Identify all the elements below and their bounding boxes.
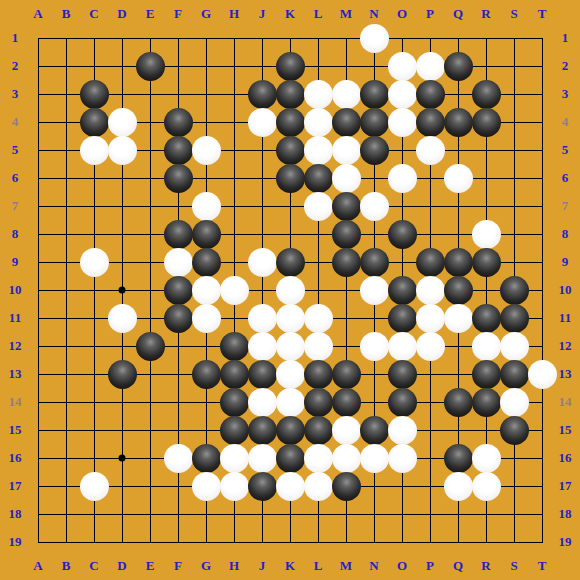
intersection-N3[interactable]	[360, 80, 388, 108]
intersection-J10[interactable]	[248, 276, 276, 304]
intersection-S13[interactable]	[500, 360, 528, 388]
intersection-D4[interactable]	[108, 108, 136, 136]
intersection-Q7[interactable]	[444, 192, 472, 220]
intersection-R9[interactable]	[472, 248, 500, 276]
intersection-C4[interactable]	[80, 108, 108, 136]
intersection-K8[interactable]	[276, 220, 304, 248]
intersection-M11[interactable]	[332, 304, 360, 332]
intersection-N17[interactable]	[360, 472, 388, 500]
intersection-E3[interactable]	[136, 80, 164, 108]
intersection-F1[interactable]	[164, 24, 192, 52]
intersection-M14[interactable]	[332, 388, 360, 416]
intersection-O2[interactable]	[388, 52, 416, 80]
intersection-P16[interactable]	[416, 444, 444, 472]
intersection-O11[interactable]	[388, 304, 416, 332]
intersection-G16[interactable]	[192, 444, 220, 472]
intersection-G14[interactable]	[192, 388, 220, 416]
intersection-M6[interactable]	[332, 164, 360, 192]
intersection-K2[interactable]	[276, 52, 304, 80]
intersection-N16[interactable]	[360, 444, 388, 472]
intersection-E6[interactable]	[136, 164, 164, 192]
intersection-G2[interactable]	[192, 52, 220, 80]
intersection-F18[interactable]	[164, 500, 192, 528]
intersection-S4[interactable]	[500, 108, 528, 136]
intersection-M15[interactable]	[332, 416, 360, 444]
intersection-R16[interactable]	[472, 444, 500, 472]
intersection-C16[interactable]	[80, 444, 108, 472]
intersection-Q3[interactable]	[444, 80, 472, 108]
intersection-E1[interactable]	[136, 24, 164, 52]
intersection-L17[interactable]	[304, 472, 332, 500]
intersection-B7[interactable]	[52, 192, 80, 220]
intersection-J8[interactable]	[248, 220, 276, 248]
intersection-O3[interactable]	[388, 80, 416, 108]
intersection-J1[interactable]	[248, 24, 276, 52]
intersection-O18[interactable]	[388, 500, 416, 528]
intersection-O6[interactable]	[388, 164, 416, 192]
intersection-K7[interactable]	[276, 192, 304, 220]
intersection-D14[interactable]	[108, 388, 136, 416]
intersection-H18[interactable]	[220, 500, 248, 528]
intersection-C5[interactable]	[80, 136, 108, 164]
intersection-D13[interactable]	[108, 360, 136, 388]
intersection-L5[interactable]	[304, 136, 332, 164]
intersection-F5[interactable]	[164, 136, 192, 164]
intersection-P12[interactable]	[416, 332, 444, 360]
intersection-N5[interactable]	[360, 136, 388, 164]
intersection-S15[interactable]	[500, 416, 528, 444]
intersection-H9[interactable]	[220, 248, 248, 276]
intersection-R5[interactable]	[472, 136, 500, 164]
intersection-C3[interactable]	[80, 80, 108, 108]
intersection-N7[interactable]	[360, 192, 388, 220]
intersection-F15[interactable]	[164, 416, 192, 444]
intersection-Q6[interactable]	[444, 164, 472, 192]
intersection-O19[interactable]	[388, 528, 416, 556]
intersection-O5[interactable]	[388, 136, 416, 164]
intersection-G1[interactable]	[192, 24, 220, 52]
intersection-N1[interactable]	[360, 24, 388, 52]
intersection-P17[interactable]	[416, 472, 444, 500]
intersection-J16[interactable]	[248, 444, 276, 472]
intersection-J13[interactable]	[248, 360, 276, 388]
intersection-G13[interactable]	[192, 360, 220, 388]
intersection-Q1[interactable]	[444, 24, 472, 52]
intersection-M4[interactable]	[332, 108, 360, 136]
intersection-R18[interactable]	[472, 500, 500, 528]
intersection-S10[interactable]	[500, 276, 528, 304]
intersection-B13[interactable]	[52, 360, 80, 388]
intersection-K13[interactable]	[276, 360, 304, 388]
intersection-D10[interactable]	[108, 276, 136, 304]
intersection-E14[interactable]	[136, 388, 164, 416]
intersection-N9[interactable]	[360, 248, 388, 276]
intersection-B15[interactable]	[52, 416, 80, 444]
intersection-E18[interactable]	[136, 500, 164, 528]
intersection-S16[interactable]	[500, 444, 528, 472]
intersection-N18[interactable]	[360, 500, 388, 528]
intersection-M8[interactable]	[332, 220, 360, 248]
intersection-M10[interactable]	[332, 276, 360, 304]
intersection-E11[interactable]	[136, 304, 164, 332]
intersection-R1[interactable]	[472, 24, 500, 52]
intersection-Q15[interactable]	[444, 416, 472, 444]
intersection-G15[interactable]	[192, 416, 220, 444]
intersection-M1[interactable]	[332, 24, 360, 52]
intersection-L7[interactable]	[304, 192, 332, 220]
intersection-R13[interactable]	[472, 360, 500, 388]
intersection-F19[interactable]	[164, 528, 192, 556]
intersection-F3[interactable]	[164, 80, 192, 108]
intersection-R10[interactable]	[472, 276, 500, 304]
intersection-C19[interactable]	[80, 528, 108, 556]
intersection-P15[interactable]	[416, 416, 444, 444]
intersection-B14[interactable]	[52, 388, 80, 416]
intersection-L4[interactable]	[304, 108, 332, 136]
intersection-P7[interactable]	[416, 192, 444, 220]
intersection-C18[interactable]	[80, 500, 108, 528]
intersection-D15[interactable]	[108, 416, 136, 444]
intersection-R8[interactable]	[472, 220, 500, 248]
intersection-B16[interactable]	[52, 444, 80, 472]
intersection-M13[interactable]	[332, 360, 360, 388]
intersection-Q16[interactable]	[444, 444, 472, 472]
intersection-C6[interactable]	[80, 164, 108, 192]
intersection-K1[interactable]	[276, 24, 304, 52]
intersection-O12[interactable]	[388, 332, 416, 360]
intersection-H1[interactable]	[220, 24, 248, 52]
intersection-K15[interactable]	[276, 416, 304, 444]
intersection-R19[interactable]	[472, 528, 500, 556]
intersection-B12[interactable]	[52, 332, 80, 360]
intersection-N14[interactable]	[360, 388, 388, 416]
intersection-Q4[interactable]	[444, 108, 472, 136]
intersection-C13[interactable]	[80, 360, 108, 388]
intersection-G10[interactable]	[192, 276, 220, 304]
intersection-J5[interactable]	[248, 136, 276, 164]
intersection-E4[interactable]	[136, 108, 164, 136]
intersection-L8[interactable]	[304, 220, 332, 248]
intersection-J4[interactable]	[248, 108, 276, 136]
intersection-N2[interactable]	[360, 52, 388, 80]
intersection-D1[interactable]	[108, 24, 136, 52]
intersection-L3[interactable]	[304, 80, 332, 108]
intersection-B8[interactable]	[52, 220, 80, 248]
intersection-J9[interactable]	[248, 248, 276, 276]
intersection-P4[interactable]	[416, 108, 444, 136]
intersection-L10[interactable]	[304, 276, 332, 304]
intersection-L14[interactable]	[304, 388, 332, 416]
intersection-B4[interactable]	[52, 108, 80, 136]
intersection-H11[interactable]	[220, 304, 248, 332]
intersection-N12[interactable]	[360, 332, 388, 360]
intersection-S12[interactable]	[500, 332, 528, 360]
intersection-D2[interactable]	[108, 52, 136, 80]
intersection-O15[interactable]	[388, 416, 416, 444]
intersection-D6[interactable]	[108, 164, 136, 192]
intersection-O7[interactable]	[388, 192, 416, 220]
intersection-H2[interactable]	[220, 52, 248, 80]
intersection-D16[interactable]	[108, 444, 136, 472]
intersection-G12[interactable]	[192, 332, 220, 360]
intersection-O13[interactable]	[388, 360, 416, 388]
intersection-E8[interactable]	[136, 220, 164, 248]
intersection-C8[interactable]	[80, 220, 108, 248]
intersection-O9[interactable]	[388, 248, 416, 276]
intersection-S6[interactable]	[500, 164, 528, 192]
intersection-R7[interactable]	[472, 192, 500, 220]
intersection-B17[interactable]	[52, 472, 80, 500]
intersection-F8[interactable]	[164, 220, 192, 248]
intersection-S2[interactable]	[500, 52, 528, 80]
intersection-M7[interactable]	[332, 192, 360, 220]
intersection-G4[interactable]	[192, 108, 220, 136]
intersection-B11[interactable]	[52, 304, 80, 332]
intersection-F11[interactable]	[164, 304, 192, 332]
intersection-S14[interactable]	[500, 388, 528, 416]
intersection-G6[interactable]	[192, 164, 220, 192]
intersection-Q18[interactable]	[444, 500, 472, 528]
intersection-P8[interactable]	[416, 220, 444, 248]
intersection-K9[interactable]	[276, 248, 304, 276]
intersection-G11[interactable]	[192, 304, 220, 332]
intersection-H5[interactable]	[220, 136, 248, 164]
intersection-H15[interactable]	[220, 416, 248, 444]
intersection-N10[interactable]	[360, 276, 388, 304]
intersection-E9[interactable]	[136, 248, 164, 276]
intersection-S3[interactable]	[500, 80, 528, 108]
intersection-Q17[interactable]	[444, 472, 472, 500]
intersection-J19[interactable]	[248, 528, 276, 556]
intersection-S5[interactable]	[500, 136, 528, 164]
intersection-K19[interactable]	[276, 528, 304, 556]
intersection-F13[interactable]	[164, 360, 192, 388]
intersection-B3[interactable]	[52, 80, 80, 108]
intersection-C7[interactable]	[80, 192, 108, 220]
intersection-H7[interactable]	[220, 192, 248, 220]
intersection-M2[interactable]	[332, 52, 360, 80]
intersection-H19[interactable]	[220, 528, 248, 556]
intersection-P14[interactable]	[416, 388, 444, 416]
intersection-H12[interactable]	[220, 332, 248, 360]
intersection-B6[interactable]	[52, 164, 80, 192]
intersection-N15[interactable]	[360, 416, 388, 444]
intersection-K6[interactable]	[276, 164, 304, 192]
intersection-B18[interactable]	[52, 500, 80, 528]
intersection-D12[interactable]	[108, 332, 136, 360]
intersection-L12[interactable]	[304, 332, 332, 360]
intersection-S7[interactable]	[500, 192, 528, 220]
intersection-Q19[interactable]	[444, 528, 472, 556]
intersection-S9[interactable]	[500, 248, 528, 276]
intersection-C15[interactable]	[80, 416, 108, 444]
intersection-M12[interactable]	[332, 332, 360, 360]
intersection-S1[interactable]	[500, 24, 528, 52]
intersection-R2[interactable]	[472, 52, 500, 80]
intersection-O1[interactable]	[388, 24, 416, 52]
intersection-P18[interactable]	[416, 500, 444, 528]
intersection-R11[interactable]	[472, 304, 500, 332]
intersection-K11[interactable]	[276, 304, 304, 332]
intersection-F16[interactable]	[164, 444, 192, 472]
intersection-J6[interactable]	[248, 164, 276, 192]
intersection-J14[interactable]	[248, 388, 276, 416]
intersection-L13[interactable]	[304, 360, 332, 388]
intersection-L1[interactable]	[304, 24, 332, 52]
intersection-F7[interactable]	[164, 192, 192, 220]
intersection-Q2[interactable]	[444, 52, 472, 80]
intersection-H13[interactable]	[220, 360, 248, 388]
intersection-D11[interactable]	[108, 304, 136, 332]
intersection-B9[interactable]	[52, 248, 80, 276]
intersection-P10[interactable]	[416, 276, 444, 304]
intersection-O14[interactable]	[388, 388, 416, 416]
intersection-N6[interactable]	[360, 164, 388, 192]
intersection-C11[interactable]	[80, 304, 108, 332]
intersection-O4[interactable]	[388, 108, 416, 136]
intersection-F4[interactable]	[164, 108, 192, 136]
intersection-L19[interactable]	[304, 528, 332, 556]
intersection-E13[interactable]	[136, 360, 164, 388]
intersection-E12[interactable]	[136, 332, 164, 360]
intersection-L16[interactable]	[304, 444, 332, 472]
intersection-C17[interactable]	[80, 472, 108, 500]
intersection-L6[interactable]	[304, 164, 332, 192]
intersection-D19[interactable]	[108, 528, 136, 556]
intersection-K12[interactable]	[276, 332, 304, 360]
intersection-P6[interactable]	[416, 164, 444, 192]
intersection-J3[interactable]	[248, 80, 276, 108]
intersection-B10[interactable]	[52, 276, 80, 304]
intersection-C12[interactable]	[80, 332, 108, 360]
intersection-P11[interactable]	[416, 304, 444, 332]
intersection-O16[interactable]	[388, 444, 416, 472]
intersection-J18[interactable]	[248, 500, 276, 528]
intersection-F17[interactable]	[164, 472, 192, 500]
intersection-D8[interactable]	[108, 220, 136, 248]
intersection-C1[interactable]	[80, 24, 108, 52]
intersection-H6[interactable]	[220, 164, 248, 192]
intersection-D9[interactable]	[108, 248, 136, 276]
intersection-H10[interactable]	[220, 276, 248, 304]
intersection-J7[interactable]	[248, 192, 276, 220]
intersection-N13[interactable]	[360, 360, 388, 388]
intersection-K18[interactable]	[276, 500, 304, 528]
intersection-D18[interactable]	[108, 500, 136, 528]
intersection-O10[interactable]	[388, 276, 416, 304]
intersection-Q13[interactable]	[444, 360, 472, 388]
intersection-E15[interactable]	[136, 416, 164, 444]
intersection-H8[interactable]	[220, 220, 248, 248]
intersection-B19[interactable]	[52, 528, 80, 556]
intersection-P2[interactable]	[416, 52, 444, 80]
intersection-E5[interactable]	[136, 136, 164, 164]
intersection-G19[interactable]	[192, 528, 220, 556]
intersection-L18[interactable]	[304, 500, 332, 528]
intersection-O17[interactable]	[388, 472, 416, 500]
intersection-L2[interactable]	[304, 52, 332, 80]
intersection-R3[interactable]	[472, 80, 500, 108]
intersection-P3[interactable]	[416, 80, 444, 108]
intersection-S17[interactable]	[500, 472, 528, 500]
intersection-R4[interactable]	[472, 108, 500, 136]
intersection-O8[interactable]	[388, 220, 416, 248]
intersection-M17[interactable]	[332, 472, 360, 500]
intersection-F14[interactable]	[164, 388, 192, 416]
intersection-E19[interactable]	[136, 528, 164, 556]
intersection-K5[interactable]	[276, 136, 304, 164]
intersection-R15[interactable]	[472, 416, 500, 444]
intersection-Q8[interactable]	[444, 220, 472, 248]
intersection-G8[interactable]	[192, 220, 220, 248]
intersection-F2[interactable]	[164, 52, 192, 80]
intersection-Q14[interactable]	[444, 388, 472, 416]
intersection-D3[interactable]	[108, 80, 136, 108]
intersection-R6[interactable]	[472, 164, 500, 192]
intersection-G3[interactable]	[192, 80, 220, 108]
intersection-K4[interactable]	[276, 108, 304, 136]
intersection-B1[interactable]	[52, 24, 80, 52]
intersection-H17[interactable]	[220, 472, 248, 500]
intersection-K3[interactable]	[276, 80, 304, 108]
intersection-G18[interactable]	[192, 500, 220, 528]
intersection-E10[interactable]	[136, 276, 164, 304]
intersection-E16[interactable]	[136, 444, 164, 472]
intersection-D7[interactable]	[108, 192, 136, 220]
intersection-R17[interactable]	[472, 472, 500, 500]
intersection-Q9[interactable]	[444, 248, 472, 276]
intersection-J2[interactable]	[248, 52, 276, 80]
intersection-E7[interactable]	[136, 192, 164, 220]
intersection-N8[interactable]	[360, 220, 388, 248]
intersection-N11[interactable]	[360, 304, 388, 332]
intersection-M19[interactable]	[332, 528, 360, 556]
intersection-J11[interactable]	[248, 304, 276, 332]
intersection-H16[interactable]	[220, 444, 248, 472]
intersection-N19[interactable]	[360, 528, 388, 556]
intersection-P19[interactable]	[416, 528, 444, 556]
intersection-L9[interactable]	[304, 248, 332, 276]
intersection-E17[interactable]	[136, 472, 164, 500]
intersection-Q10[interactable]	[444, 276, 472, 304]
intersection-J17[interactable]	[248, 472, 276, 500]
intersection-H14[interactable]	[220, 388, 248, 416]
intersection-G7[interactable]	[192, 192, 220, 220]
intersection-Q11[interactable]	[444, 304, 472, 332]
intersection-K17[interactable]	[276, 472, 304, 500]
intersection-H4[interactable]	[220, 108, 248, 136]
intersection-B5[interactable]	[52, 136, 80, 164]
intersection-D5[interactable]	[108, 136, 136, 164]
intersection-K10[interactable]	[276, 276, 304, 304]
intersection-S19[interactable]	[500, 528, 528, 556]
intersection-Q5[interactable]	[444, 136, 472, 164]
intersection-M18[interactable]	[332, 500, 360, 528]
intersection-C2[interactable]	[80, 52, 108, 80]
intersection-S18[interactable]	[500, 500, 528, 528]
intersection-D17[interactable]	[108, 472, 136, 500]
intersection-G17[interactable]	[192, 472, 220, 500]
intersection-J15[interactable]	[248, 416, 276, 444]
intersection-L15[interactable]	[304, 416, 332, 444]
intersection-F10[interactable]	[164, 276, 192, 304]
intersection-G9[interactable]	[192, 248, 220, 276]
intersection-L11[interactable]	[304, 304, 332, 332]
intersection-P5[interactable]	[416, 136, 444, 164]
intersection-C10[interactable]	[80, 276, 108, 304]
intersection-E2[interactable]	[136, 52, 164, 80]
intersection-C14[interactable]	[80, 388, 108, 416]
